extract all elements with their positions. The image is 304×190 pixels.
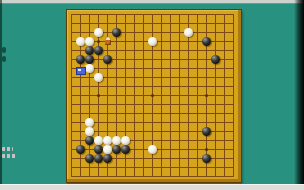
white-stone [85, 37, 94, 46]
blue-move-badge [76, 67, 86, 75]
white-stone [85, 127, 94, 136]
hoshi-point [151, 94, 154, 97]
black-stone [202, 154, 211, 163]
black-stone [112, 145, 121, 154]
hoshi-point [205, 94, 208, 97]
watermark-line [2, 154, 16, 158]
top-window-strip [0, 0, 304, 4]
black-stone [76, 55, 85, 64]
black-stone [202, 127, 211, 136]
white-stone [184, 28, 193, 37]
white-stone [94, 136, 103, 145]
white-stone [148, 37, 157, 46]
white-stone [85, 118, 94, 127]
hoshi-point [205, 148, 208, 151]
go-board-grid[interactable] [71, 14, 234, 177]
placement-cursor-icon [105, 37, 111, 46]
black-stone [94, 145, 103, 154]
white-stone [94, 73, 103, 82]
left-screen-edge [0, 0, 2, 190]
white-stone [103, 145, 112, 154]
black-stone [85, 154, 94, 163]
black-stone [85, 55, 94, 64]
white-stone [76, 37, 85, 46]
black-stone [76, 145, 85, 154]
white-stone [148, 145, 157, 154]
black-stone [103, 154, 112, 163]
watermark [2, 147, 18, 161]
white-stone [121, 136, 130, 145]
black-stone [211, 55, 220, 64]
hoshi-point [97, 94, 100, 97]
black-stone [202, 37, 211, 46]
black-stone [85, 46, 94, 55]
edge-icon-blob [2, 47, 6, 53]
black-stone [121, 145, 130, 154]
edge-icon-blob [2, 56, 6, 62]
watermark-line [2, 147, 13, 151]
black-stone [112, 28, 121, 37]
black-stone [85, 136, 94, 145]
white-stone [112, 136, 121, 145]
black-stone [94, 46, 103, 55]
hoshi-point [97, 40, 100, 43]
screen [0, 0, 304, 190]
white-stone [85, 64, 94, 73]
black-stone [94, 154, 103, 163]
go-board[interactable] [66, 9, 242, 183]
bottom-window-strip [0, 184, 304, 190]
black-stone [103, 55, 112, 64]
right-screen-edge [294, 0, 304, 190]
white-stone [94, 28, 103, 37]
white-stone [103, 136, 112, 145]
